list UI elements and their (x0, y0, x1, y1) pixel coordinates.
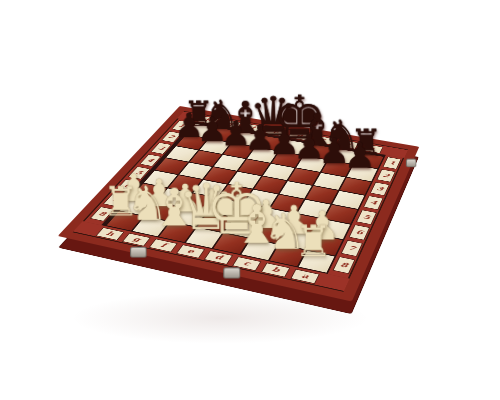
rank-label-4: 4 (363, 196, 383, 210)
square-b7 (279, 229, 314, 249)
metal-clasp (130, 247, 147, 258)
square-f6 (183, 193, 217, 211)
metal-clasp (223, 267, 240, 279)
hinge-hook (406, 159, 417, 168)
chess-set-photo: hgfedcba hgfedcba 12345678 12345678 ♜♞♝♛… (0, 0, 500, 400)
square-g7 (145, 202, 180, 221)
file-label-h: h (96, 227, 125, 240)
square-c6 (261, 209, 295, 228)
rank-label-6: 6 (349, 225, 370, 241)
square-h7 (120, 197, 155, 215)
square-a7 (308, 235, 343, 256)
square-b6 (289, 214, 323, 233)
file-label-d: d (204, 250, 233, 264)
square-a6 (316, 219, 350, 239)
square-c7 (252, 224, 287, 244)
chess-board: hgfedcba hgfedcba 12345678 12345678 ♜♞♝♛… (58, 106, 419, 302)
square-f7 (171, 207, 206, 226)
square-e7 (197, 213, 232, 232)
square-a5 (325, 205, 358, 224)
square-d8 (213, 233, 249, 254)
square-a4 (332, 191, 364, 209)
square-b4 (306, 186, 338, 204)
square-e6 (208, 198, 242, 216)
square-h6 (132, 184, 166, 202)
rank-label-2: 2 (376, 169, 395, 182)
square-c5 (271, 195, 304, 213)
rank-label-7: 7 (341, 240, 363, 257)
rank-label-5: 5 (356, 210, 377, 225)
rank-label-8: 8 (333, 256, 356, 273)
square-d5 (245, 190, 278, 208)
square-d6 (235, 204, 269, 223)
square-b5 (297, 200, 330, 219)
rank-label-1: 1 (383, 157, 402, 170)
rank-label-3: 3 (370, 182, 390, 196)
square-d7 (224, 218, 259, 238)
square-g6 (157, 188, 191, 206)
